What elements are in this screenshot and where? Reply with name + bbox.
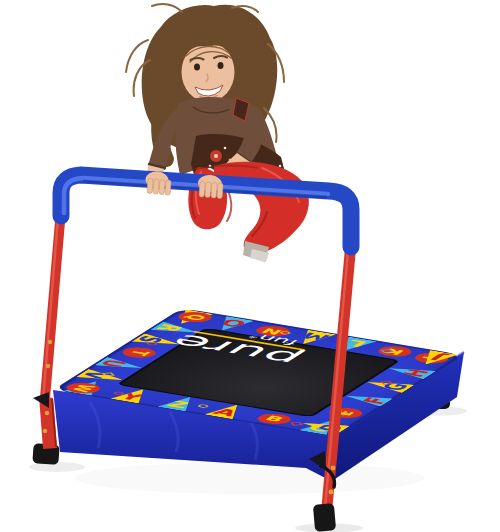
- front-right-foot: [313, 503, 336, 532]
- product-photo-scene: XYZABCDEFGHIJKLMNOPQRSTUVW pure fun®: [0, 0, 500, 532]
- handlebar-poles: [33, 210, 351, 532]
- right-eye: [218, 62, 224, 69]
- girl: [126, 4, 309, 262]
- left-eye: [194, 63, 200, 70]
- pants-right-leg: [214, 162, 309, 254]
- foreground-layer: [0, 0, 500, 532]
- right-pole: [326, 243, 351, 518]
- left-pole: [45, 210, 61, 398]
